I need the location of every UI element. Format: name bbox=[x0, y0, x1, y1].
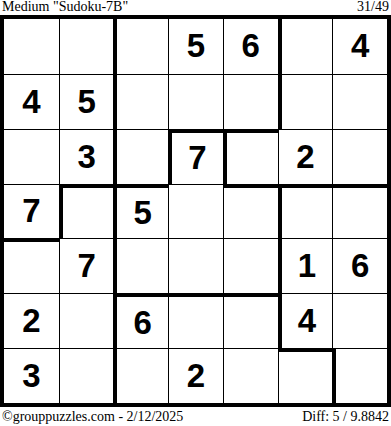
sudoku-board: 564453727571626432 bbox=[0, 15, 391, 407]
cell-r6c5[interactable] bbox=[223, 293, 278, 348]
cell-r3c2[interactable]: 3 bbox=[59, 129, 114, 184]
cell-r6c2[interactable] bbox=[59, 293, 114, 348]
cells-remaining-counter: 31/49 bbox=[357, 0, 389, 14]
cell-r2c3[interactable] bbox=[113, 74, 168, 129]
cell-r7c4[interactable]: 2 bbox=[168, 348, 223, 403]
cell-r3c3[interactable] bbox=[113, 129, 168, 184]
cell-r6c6[interactable]: 4 bbox=[278, 293, 333, 348]
cell-r5c1[interactable] bbox=[4, 238, 59, 293]
cell-r2c6[interactable] bbox=[278, 74, 333, 129]
cell-r5c4[interactable] bbox=[168, 238, 223, 293]
cell-r1c3[interactable] bbox=[113, 19, 168, 74]
cell-r2c4[interactable] bbox=[168, 74, 223, 129]
cell-r4c5[interactable] bbox=[223, 184, 278, 239]
cell-r5c7[interactable]: 6 bbox=[332, 238, 387, 293]
cell-r7c1[interactable]: 3 bbox=[4, 348, 59, 403]
cell-r3c1[interactable] bbox=[4, 129, 59, 184]
cell-r3c4[interactable]: 7 bbox=[168, 129, 223, 184]
cell-r6c4[interactable] bbox=[168, 293, 223, 348]
cell-r3c6[interactable]: 2 bbox=[278, 129, 333, 184]
cell-r2c7[interactable] bbox=[332, 74, 387, 129]
difficulty-text: Diff: 5 / 9.8842 bbox=[302, 408, 389, 426]
header-bar: Medium "Sudoku-7B" 31/49 bbox=[0, 0, 391, 15]
copyright-text: ©grouppuzzles.com - 2/12/2025 bbox=[2, 408, 183, 426]
cell-r5c5[interactable] bbox=[223, 238, 278, 293]
cell-r2c1[interactable]: 4 bbox=[4, 74, 59, 129]
cell-r1c2[interactable] bbox=[59, 19, 114, 74]
cell-r2c5[interactable] bbox=[223, 74, 278, 129]
cell-r6c3[interactable]: 6 bbox=[113, 293, 168, 348]
cell-r3c7[interactable] bbox=[332, 129, 387, 184]
cell-r6c7[interactable] bbox=[332, 293, 387, 348]
cell-r4c2[interactable] bbox=[59, 184, 114, 239]
cell-r4c1[interactable]: 7 bbox=[4, 184, 59, 239]
cell-r6c1[interactable]: 2 bbox=[4, 293, 59, 348]
sudoku-page: Medium "Sudoku-7B" 31/49 564453727571626… bbox=[0, 0, 391, 426]
cell-r5c3[interactable] bbox=[113, 238, 168, 293]
cell-r4c7[interactable] bbox=[332, 184, 387, 239]
cell-r1c6[interactable] bbox=[278, 19, 333, 74]
cell-r5c2[interactable]: 7 bbox=[59, 238, 114, 293]
cell-r4c6[interactable] bbox=[278, 184, 333, 239]
footer-bar: ©grouppuzzles.com - 2/12/2025 Diff: 5 / … bbox=[0, 407, 391, 426]
cell-r7c3[interactable] bbox=[113, 348, 168, 403]
cell-r1c4[interactable]: 5 bbox=[168, 19, 223, 74]
cell-r1c7[interactable]: 4 bbox=[332, 19, 387, 74]
cell-r5c6[interactable]: 1 bbox=[278, 238, 333, 293]
cell-r7c2[interactable] bbox=[59, 348, 114, 403]
cell-r4c4[interactable] bbox=[168, 184, 223, 239]
cell-r1c1[interactable] bbox=[4, 19, 59, 74]
cell-r4c3[interactable]: 5 bbox=[113, 184, 168, 239]
cell-r3c5[interactable] bbox=[223, 129, 278, 184]
cell-r7c6[interactable] bbox=[278, 348, 333, 403]
cell-r1c5[interactable]: 6 bbox=[223, 19, 278, 74]
cell-r7c7[interactable] bbox=[332, 348, 387, 403]
cell-r2c2[interactable]: 5 bbox=[59, 74, 114, 129]
cell-r7c5[interactable] bbox=[223, 348, 278, 403]
puzzle-title: Medium "Sudoku-7B" bbox=[2, 0, 128, 14]
